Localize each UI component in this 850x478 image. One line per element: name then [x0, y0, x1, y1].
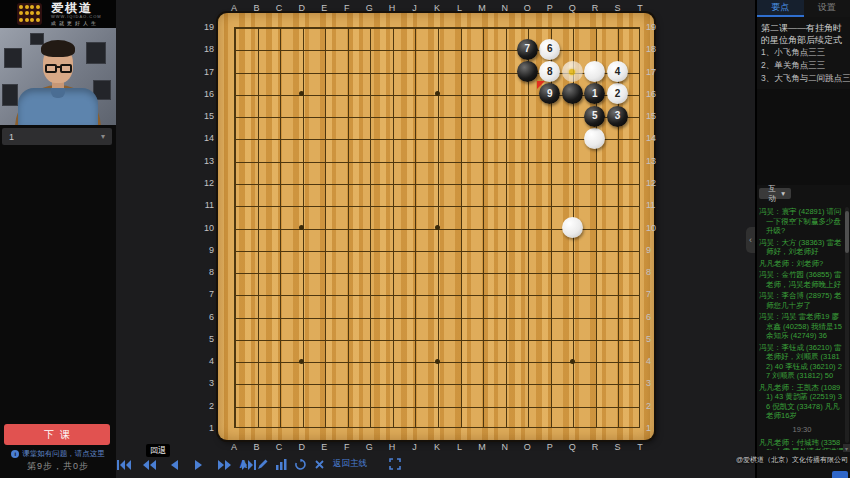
coord-label-row: 12: [646, 177, 672, 189]
label-tool-button[interactable]: A: [236, 456, 251, 472]
coord-label-col: H: [384, 441, 400, 453]
coord-label-col: K: [429, 441, 445, 453]
wall-poster: [2, 84, 18, 106]
coord-label-row: 5: [646, 333, 672, 345]
brand-name: 爱棋道: [51, 2, 102, 14]
brand-logo-icon: [17, 3, 42, 25]
coord-label-row: 16: [188, 88, 214, 100]
chat-message-list: 冯昊：寰宇 (42891) 请问一下很空下制赢多少盘升级?冯昊：大方 (3836…: [759, 207, 845, 450]
coord-label-col: P: [542, 2, 558, 14]
instructor-body: [18, 88, 98, 125]
brand-url: WWW.IQIDAO.COM: [51, 15, 102, 19]
chat-scrollbar-thumb[interactable]: [845, 211, 849, 253]
coord-label-row: 15: [188, 110, 214, 122]
coord-label-col: P: [542, 441, 558, 453]
stone-Q10: [562, 217, 583, 238]
coord-label-col: A: [226, 2, 242, 14]
brand-bar: 爱棋道 WWW.IQIDAO.COM 成就更好人生: [0, 0, 116, 28]
stone-S15: 3: [607, 106, 628, 127]
coord-label-row: 7: [188, 288, 214, 300]
coord-label-col: L: [452, 2, 468, 14]
ghost-stone-Q17: [562, 61, 583, 82]
chat-message: 凡凡老师：刘老师?: [759, 259, 845, 269]
info-icon: i: [11, 450, 19, 458]
lesson-item: 2、单关角点三三: [761, 59, 846, 72]
coord-label-col: M: [474, 441, 490, 453]
coord-label-col: Q: [564, 2, 580, 14]
coord-label-row: 19: [646, 21, 672, 33]
coord-label-col: R: [587, 2, 603, 14]
chat-timestamp: 19:30: [759, 425, 845, 434]
star-point: [570, 359, 575, 364]
coord-label-col: J: [406, 441, 422, 453]
coord-label-row: 17: [646, 66, 672, 78]
coord-label-row: 14: [188, 132, 214, 144]
coord-label-row: 5: [188, 333, 214, 345]
coord-label-col: E: [316, 441, 332, 453]
coord-label-col: A: [226, 441, 242, 453]
fullscreen-button[interactable]: [387, 456, 402, 472]
coord-label-col: Q: [564, 441, 580, 453]
star-point: [299, 359, 304, 364]
coord-label-row: 13: [188, 155, 214, 167]
chat-message: 冯昊：寰宇 (42891) 请问一下很空下制赢多少盘升级?: [759, 207, 845, 236]
coord-label-col: E: [316, 2, 332, 14]
coord-label-row: 8: [646, 266, 672, 278]
coord-label-col: H: [384, 2, 400, 14]
left-sidebar: 爱棋道 WWW.IQIDAO.COM 成就更好人生 1 ▾ 下课: [0, 0, 116, 478]
coord-label-row: 10: [646, 222, 672, 234]
brand-text: 爱棋道 WWW.IQIDAO.COM 成就更好人生: [51, 2, 102, 26]
coord-label-col: B: [249, 441, 265, 453]
coord-label-row: 19: [188, 21, 214, 33]
coord-label-row: 16: [646, 88, 672, 100]
panel-collapse-handle[interactable]: ‹: [746, 227, 755, 253]
glasses-icon: [42, 64, 74, 73]
coord-label-row: 15: [646, 110, 672, 122]
step-status: 第9步，共0步: [0, 460, 116, 473]
analysis-chart-button[interactable]: [274, 456, 289, 472]
coord-label-col: T: [632, 441, 648, 453]
forward-ten-button[interactable]: [214, 457, 234, 472]
app-window: 爱棋道 WWW.IQIDAO.COM 成就更好人生 1 ▾ 下课: [0, 0, 850, 478]
stone-O18: 7: [517, 39, 538, 60]
coord-label-col: R: [587, 441, 603, 453]
coord-label-row: 1: [646, 422, 672, 434]
coord-label-col: D: [294, 2, 310, 14]
lesson-item: 3、大飞角与二间跳点三三: [761, 72, 846, 85]
lesson-items: 1、小飞角点三三2、单关角点三三3、大飞角与二间跳点三三: [761, 46, 846, 85]
coord-label-row: 18: [646, 43, 672, 55]
coord-label-col: D: [294, 441, 310, 453]
go-board[interactable]: 123456789: [218, 13, 654, 440]
stone-S17: 4: [607, 61, 628, 82]
coord-label-col: M: [474, 2, 490, 14]
coord-label-row: 13: [646, 155, 672, 167]
branch-select-dropdown[interactable]: 1 ▾: [2, 128, 112, 145]
wall-poster: [86, 42, 106, 64]
help-text: 课堂如有问题，请点这里: [22, 449, 105, 459]
chat-filter-dropdown[interactable]: 互动 ▾: [759, 188, 791, 199]
chat-message: 冯昊：李钰成 (36210) 雷老师好，刘顺辰 (31812) 40 李钰成 (…: [759, 343, 845, 381]
annotation-toolbar: A 返回主线: [236, 456, 402, 472]
coord-label-row: 11: [188, 199, 214, 211]
brand-slogan: 成就更好人生: [51, 21, 102, 26]
coord-label-row: 9: [646, 244, 672, 256]
lesson-item: 1、小飞角点三三: [761, 46, 846, 59]
coord-label-row: 6: [188, 311, 214, 323]
return-mainline-button[interactable]: 返回主线: [331, 458, 369, 470]
coord-label-row: 4: [646, 355, 672, 367]
cursor-marker: [569, 69, 575, 75]
end-class-button[interactable]: 下课: [4, 424, 110, 445]
coord-label-col: G: [361, 441, 377, 453]
coord-label-col: J: [406, 2, 422, 14]
tooltip: 回退: [146, 444, 170, 457]
coord-label-row: 2: [188, 400, 214, 412]
coord-label-col: K: [429, 2, 445, 14]
instructor-video: [0, 28, 116, 125]
chat-message: 冯昊：李合博 (28975) 老师您几十岁了: [759, 291, 845, 310]
coord-label-col: N: [497, 441, 513, 453]
star-point: [435, 91, 440, 96]
coord-label-row: 18: [188, 43, 214, 55]
lesson-outline: 第二课——有挂角时的星位角部后续定式 1、小飞角点三三2、单关角点三三3、大飞角…: [757, 17, 850, 89]
panel-gap: [757, 89, 850, 185]
stone-P18: 6: [539, 39, 560, 60]
help-link[interactable]: i 课堂如有问题，请点这里: [0, 449, 116, 459]
wall-poster: [4, 48, 22, 68]
chat-message: 冯昊：冯昊 雷老师19 廖京鑫 (40258) 我猜是15 余知乐 (42749…: [759, 312, 845, 341]
coord-label-col: B: [249, 2, 265, 14]
coord-label-col: C: [271, 2, 287, 14]
scroll-down-icon[interactable]: ▾: [843, 444, 850, 452]
coord-label-col: G: [361, 2, 377, 14]
coord-label-row: 9: [188, 244, 214, 256]
chat-message: 凡凡老师：王凯杰 (10891) 43 黄韵菡 (22519) 3 6 倪凯文 …: [759, 383, 845, 421]
coord-label-col: T: [632, 2, 648, 14]
chat-scrollbar: [845, 207, 849, 443]
branch-select-value: 1: [9, 132, 14, 142]
forward-one-button[interactable]: [189, 457, 209, 472]
first-move-button[interactable]: [114, 457, 134, 472]
chat-message: 凡凡老师：付城玮 (33580) 大雪 屋外请老师讲课: [759, 438, 845, 451]
coord-label-col: F: [339, 2, 355, 14]
panel-tabs: 要点设置: [757, 0, 850, 17]
coord-label-row: 14: [646, 132, 672, 144]
stone-O17: [517, 61, 538, 82]
coord-label-col: F: [339, 441, 355, 453]
coord-label-col: L: [452, 441, 468, 453]
clear-marks-button[interactable]: [312, 456, 327, 472]
copyright-watermark: @爱棋道（北京）文化传播有限公司: [732, 455, 848, 465]
stone-R15: 5: [584, 106, 605, 127]
coord-label-row: 3: [188, 377, 214, 389]
tab-inactive[interactable]: 设置: [804, 0, 850, 17]
rotate-tool-button[interactable]: [293, 456, 308, 472]
coord-label-col: O: [519, 441, 535, 453]
back-one-button[interactable]: [164, 457, 184, 472]
chat-message: 冯昊：金竹园 (36855) 雷老师，冯昊老师晚上好: [759, 270, 845, 289]
coord-label-row: 17: [188, 66, 214, 78]
wall-poster: [30, 33, 44, 45]
coord-label-row: 10: [188, 222, 214, 234]
back-ten-button[interactable]: [139, 457, 159, 472]
chat-message: 冯昊：大方 (38363) 雷老师好，刘老师好: [759, 238, 845, 257]
chat-filter-label: 互动: [765, 184, 779, 204]
last-move-marker: [537, 81, 545, 89]
lesson-title: 第二课——有挂角时的星位角部后续定式: [761, 22, 846, 46]
star-point: [435, 225, 440, 230]
coord-label-row: 4: [188, 355, 214, 367]
tab-active[interactable]: 要点: [757, 0, 804, 17]
chevron-down-icon: ▾: [781, 189, 785, 198]
star-point: [435, 359, 440, 364]
coord-label-row: 7: [646, 288, 672, 300]
coord-label-row: 6: [646, 311, 672, 323]
coord-label-row: 11: [646, 199, 672, 211]
coord-label-row: 8: [188, 266, 214, 278]
coord-label-col: S: [609, 2, 625, 14]
coord-label-col: C: [271, 441, 287, 453]
chat-send-button[interactable]: [832, 471, 848, 478]
coord-label-col: S: [609, 441, 625, 453]
right-panel: 要点设置 第二课——有挂角时的星位角部后续定式 1、小飞角点三三2、单关角点三三…: [755, 0, 850, 478]
instructor-hair: [41, 40, 75, 57]
coord-label-row: 12: [188, 177, 214, 189]
pencil-tool-button[interactable]: [255, 456, 270, 472]
coord-label-row: 1: [188, 422, 214, 434]
coord-label-col: O: [519, 2, 535, 14]
coord-label-row: 3: [646, 377, 672, 389]
coord-label-col: N: [497, 2, 513, 14]
coord-label-row: 2: [646, 400, 672, 412]
chevron-down-icon: ▾: [101, 132, 105, 141]
